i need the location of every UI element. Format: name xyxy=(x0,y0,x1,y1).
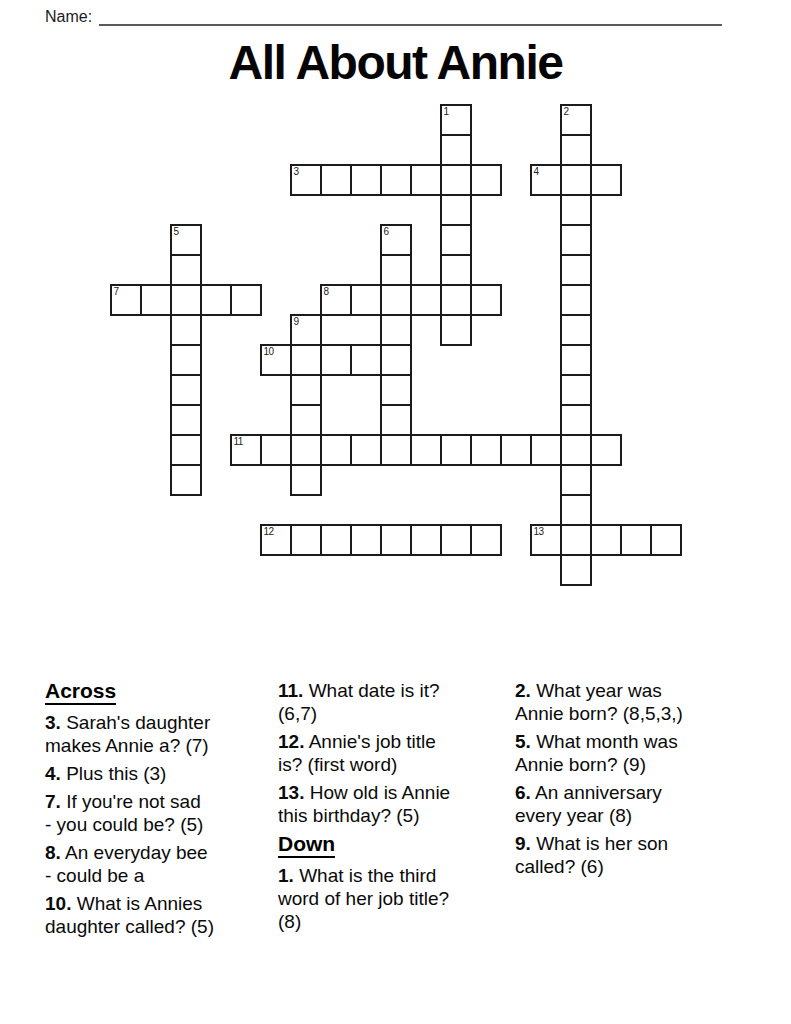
grid-cell[interactable]: 6 xyxy=(380,224,412,256)
grid-cell[interactable] xyxy=(590,434,622,466)
grid-cell[interactable] xyxy=(590,164,622,196)
clues-section: Across3. Sarah's daughter makes Annie a?… xyxy=(45,679,791,943)
clue-text: What month was Annie born? (9) xyxy=(515,731,678,775)
grid-cell[interactable] xyxy=(380,164,412,196)
grid-cell[interactable]: 10 xyxy=(260,344,292,376)
clue-number-label: 5. xyxy=(515,731,531,752)
grid-cell[interactable] xyxy=(560,524,592,556)
grid-cell[interactable] xyxy=(170,284,202,316)
grid-cell[interactable] xyxy=(320,434,352,466)
grid-cell[interactable] xyxy=(470,284,502,316)
grid-cell[interactable] xyxy=(170,404,202,436)
grid-cell[interactable]: 11 xyxy=(230,434,262,466)
clue-11: 11. What date is it? (6,7) xyxy=(278,679,501,725)
puzzle-title: All About Annie xyxy=(0,35,791,91)
grid-cell[interactable] xyxy=(140,284,172,316)
grid-cell[interactable] xyxy=(170,434,202,466)
grid-cell[interactable] xyxy=(500,434,532,466)
grid-cell[interactable] xyxy=(320,344,352,376)
clue-text: What year was Annie born? (8,5,3,) xyxy=(515,680,683,724)
cell-number: 1 xyxy=(444,106,449,117)
grid-cell[interactable] xyxy=(410,434,442,466)
clue-number-label: 3. xyxy=(45,712,61,733)
down-heading-label: Down xyxy=(278,832,335,858)
grid-cell[interactable] xyxy=(440,164,472,196)
cell-number: 10 xyxy=(264,346,274,357)
grid-cell[interactable] xyxy=(380,374,412,406)
clue-1: 1. What is the third word of her job tit… xyxy=(278,864,501,933)
grid-cell[interactable] xyxy=(560,464,592,496)
grid-cell[interactable] xyxy=(170,254,202,286)
grid-cell[interactable] xyxy=(410,284,442,316)
clue-3: 3. Sarah's daughter makes Annie a? (7) xyxy=(45,711,264,757)
grid-cell[interactable] xyxy=(560,314,592,346)
clue-text: Sarah's daughter makes Annie a? (7) xyxy=(45,712,210,756)
down-heading: Down xyxy=(278,832,501,856)
grid-cell[interactable] xyxy=(440,194,472,226)
clue-text: What is Annies daughter called? (5) xyxy=(45,893,214,937)
cell-number: 4 xyxy=(534,166,539,177)
cell-number: 3 xyxy=(294,166,299,177)
grid-cell[interactable]: 8 xyxy=(320,284,352,316)
clue-10: 10. What is Annies daughter called? (5) xyxy=(45,892,264,938)
grid-cell[interactable]: 2 xyxy=(560,104,592,136)
grid-cell[interactable] xyxy=(380,434,412,466)
grid-cell[interactable]: 5 xyxy=(170,224,202,256)
grid-cell[interactable] xyxy=(200,284,232,316)
grid-cell[interactable] xyxy=(350,434,382,466)
across-heading-label: Across xyxy=(45,679,116,705)
grid-cell[interactable] xyxy=(440,254,472,286)
grid-cell[interactable] xyxy=(290,404,322,436)
grid-cell[interactable] xyxy=(260,434,292,466)
grid-cell[interactable] xyxy=(170,464,202,496)
grid-cell[interactable] xyxy=(230,284,262,316)
grid-cell[interactable] xyxy=(380,524,412,556)
clue-9: 9. What is her son called? (6) xyxy=(515,832,751,878)
clue-text: If you're not sad - you could be? (5) xyxy=(45,791,203,835)
grid-cell[interactable]: 13 xyxy=(530,524,562,556)
grid-cell[interactable] xyxy=(470,164,502,196)
grid-cell[interactable]: 9 xyxy=(290,314,322,346)
clue-13: 13. How old is Annie this birthday? (5) xyxy=(278,781,501,827)
grid-cell[interactable]: 12 xyxy=(260,524,292,556)
clue-8: 8. An everyday bee - could be a xyxy=(45,841,264,887)
clue-text: What is her son called? (6) xyxy=(515,833,668,877)
grid-cell[interactable] xyxy=(320,524,352,556)
clue-text: Plus this (3) xyxy=(66,763,166,784)
clue-number-label: 6. xyxy=(515,782,531,803)
clue-number-label: 13. xyxy=(278,782,304,803)
grid-cell[interactable] xyxy=(380,254,412,286)
grid-cell[interactable] xyxy=(440,284,472,316)
grid-cell[interactable] xyxy=(290,374,322,406)
cell-number: 6 xyxy=(384,226,389,237)
grid-cell[interactable] xyxy=(350,164,382,196)
grid-cell[interactable] xyxy=(410,164,442,196)
grid-cell[interactable] xyxy=(620,524,652,556)
grid-cell[interactable] xyxy=(560,434,592,466)
cell-number: 11 xyxy=(234,436,243,447)
clue-7: 7. If you're not sad - you could be? (5) xyxy=(45,790,264,836)
name-row: Name: xyxy=(0,0,791,26)
grid-cell[interactable] xyxy=(560,164,592,196)
cell-number: 2 xyxy=(564,106,569,117)
grid-cell[interactable] xyxy=(290,464,322,496)
grid-cell[interactable] xyxy=(170,314,202,346)
clue-4: 4. Plus this (3) xyxy=(45,762,264,785)
clue-number-label: 1. xyxy=(278,865,294,886)
grid-cell[interactable] xyxy=(290,524,322,556)
grid-cell[interactable] xyxy=(560,134,592,166)
grid-cell[interactable] xyxy=(560,284,592,316)
grid-cell[interactable] xyxy=(170,344,202,376)
clue-number-label: 11. xyxy=(278,680,303,701)
clue-column-1: Across3. Sarah's daughter makes Annie a?… xyxy=(45,679,278,943)
grid-cell[interactable] xyxy=(290,344,322,376)
grid-cell[interactable] xyxy=(590,524,622,556)
grid-cell[interactable] xyxy=(320,164,352,196)
cell-number: 13 xyxy=(534,526,544,537)
grid-cell[interactable] xyxy=(560,554,592,586)
clue-number-label: 10. xyxy=(45,893,71,914)
clue-12: 12. Annie's job title is? (first word) xyxy=(278,730,501,776)
grid-cell[interactable] xyxy=(380,344,412,376)
crossword-grid: 12345678910111213 xyxy=(110,104,682,586)
across-heading: Across xyxy=(45,679,264,703)
grid-cell[interactable] xyxy=(410,524,442,556)
grid-cell[interactable] xyxy=(380,284,412,316)
clue-text: What is the third word of her job title?… xyxy=(278,865,449,932)
cell-number: 8 xyxy=(324,286,329,297)
cell-number: 7 xyxy=(114,286,119,297)
clue-2: 2. What year was Annie born? (8,5,3,) xyxy=(515,679,751,725)
grid-cell[interactable] xyxy=(560,224,592,256)
clue-number-label: 12. xyxy=(278,731,304,752)
grid-cell[interactable] xyxy=(440,434,472,466)
name-label: Name: xyxy=(45,8,92,26)
clue-number-label: 9. xyxy=(515,833,531,854)
clue-number-label: 7. xyxy=(45,791,61,812)
grid-cell[interactable] xyxy=(350,284,382,316)
clue-text: An anniversary every year (8) xyxy=(515,782,662,826)
grid-cell[interactable] xyxy=(440,524,472,556)
clue-text: An everyday bee - could be a xyxy=(45,842,208,886)
clue-column-3: 2. What year was Annie born? (8,5,3,)5. … xyxy=(515,679,765,943)
grid-cell[interactable] xyxy=(470,524,502,556)
grid-cell[interactable]: 1 xyxy=(440,104,472,136)
cell-number: 5 xyxy=(174,226,179,237)
grid-cell[interactable] xyxy=(560,404,592,436)
grid-cell[interactable] xyxy=(440,314,472,346)
grid-cell[interactable] xyxy=(380,314,412,346)
grid-cell[interactable] xyxy=(560,194,592,226)
grid-cell[interactable] xyxy=(560,254,592,286)
clue-5: 5. What month was Annie born? (9) xyxy=(515,730,751,776)
grid-cell[interactable] xyxy=(650,524,682,556)
grid-cell[interactable]: 4 xyxy=(530,164,562,196)
grid-cell[interactable] xyxy=(440,134,472,166)
grid-cell[interactable] xyxy=(350,524,382,556)
grid-cell[interactable] xyxy=(560,494,592,526)
grid-cell[interactable] xyxy=(290,434,322,466)
grid-cell[interactable]: 7 xyxy=(110,284,142,316)
cell-number: 9 xyxy=(294,316,299,327)
worksheet-page: Name: All About Annie 12345678910111213 … xyxy=(0,0,791,1024)
grid-cell[interactable] xyxy=(170,374,202,406)
grid-cell[interactable] xyxy=(560,374,592,406)
clue-number-label: 4. xyxy=(45,763,61,784)
grid-cell[interactable] xyxy=(470,434,502,466)
clue-number-label: 2. xyxy=(515,680,531,701)
clue-6: 6. An anniversary every year (8) xyxy=(515,781,751,827)
grid-cell[interactable]: 3 xyxy=(290,164,322,196)
clue-text: How old is Annie this birthday? (5) xyxy=(278,782,450,826)
cell-number: 12 xyxy=(264,526,274,537)
grid-cell[interactable] xyxy=(350,344,382,376)
grid-cell[interactable] xyxy=(530,434,562,466)
name-blank-line xyxy=(99,8,722,26)
grid-cell[interactable] xyxy=(380,404,412,436)
clue-text: What date is it? (6,7) xyxy=(278,680,440,724)
clue-column-2: 11. What date is it? (6,7)12. Annie's jo… xyxy=(278,679,515,943)
clue-number-label: 8. xyxy=(45,842,61,863)
grid-cell[interactable] xyxy=(440,224,472,256)
grid-cell[interactable] xyxy=(560,344,592,376)
